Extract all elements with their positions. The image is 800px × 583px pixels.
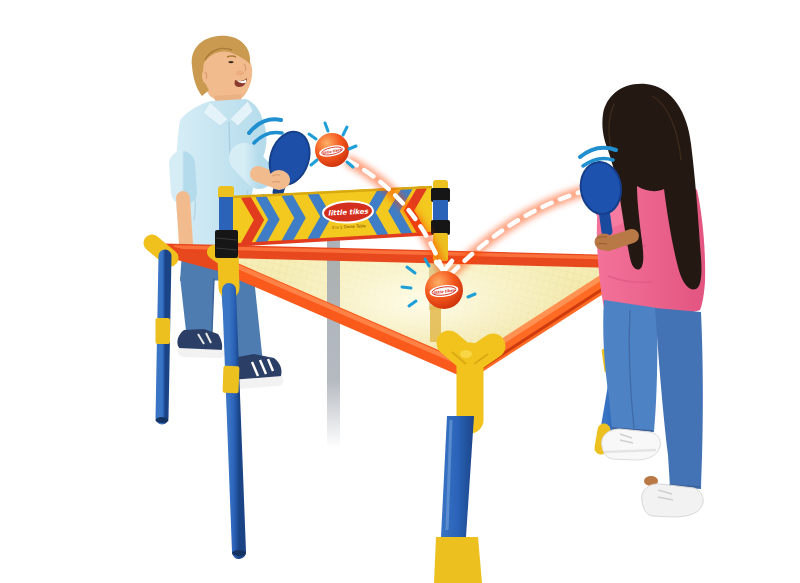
table-leg-left-far (156, 256, 171, 423)
leg-adjuster-band (156, 318, 171, 344)
product-photo-stage: little tikes 3 in 1 Game Table (0, 0, 800, 583)
net-strap (215, 230, 238, 258)
boy-jeans-left-leg (180, 277, 214, 333)
game-table: little tikes 3 in 1 Game Table (152, 180, 637, 583)
boy-cheek (236, 71, 244, 76)
scene-svg: little tikes 3 in 1 Game Table (0, 0, 800, 583)
boy-fist (268, 170, 290, 190)
table-leg-front (434, 416, 482, 583)
leg-foot-cap (434, 537, 482, 583)
girl-jeans-back-leg (655, 308, 703, 489)
boy-left-sleeve (182, 164, 184, 192)
leg-adjuster-band (223, 366, 240, 394)
net-strap (431, 188, 450, 202)
boy-sneaker-left (177, 329, 224, 358)
corner-connector-front (449, 343, 493, 420)
net-strap (431, 220, 450, 235)
boy-left-arm (183, 198, 186, 244)
girl-jeans-front-leg (603, 300, 657, 432)
girl-sneaker-front (602, 429, 661, 460)
girl-fist (595, 234, 614, 251)
